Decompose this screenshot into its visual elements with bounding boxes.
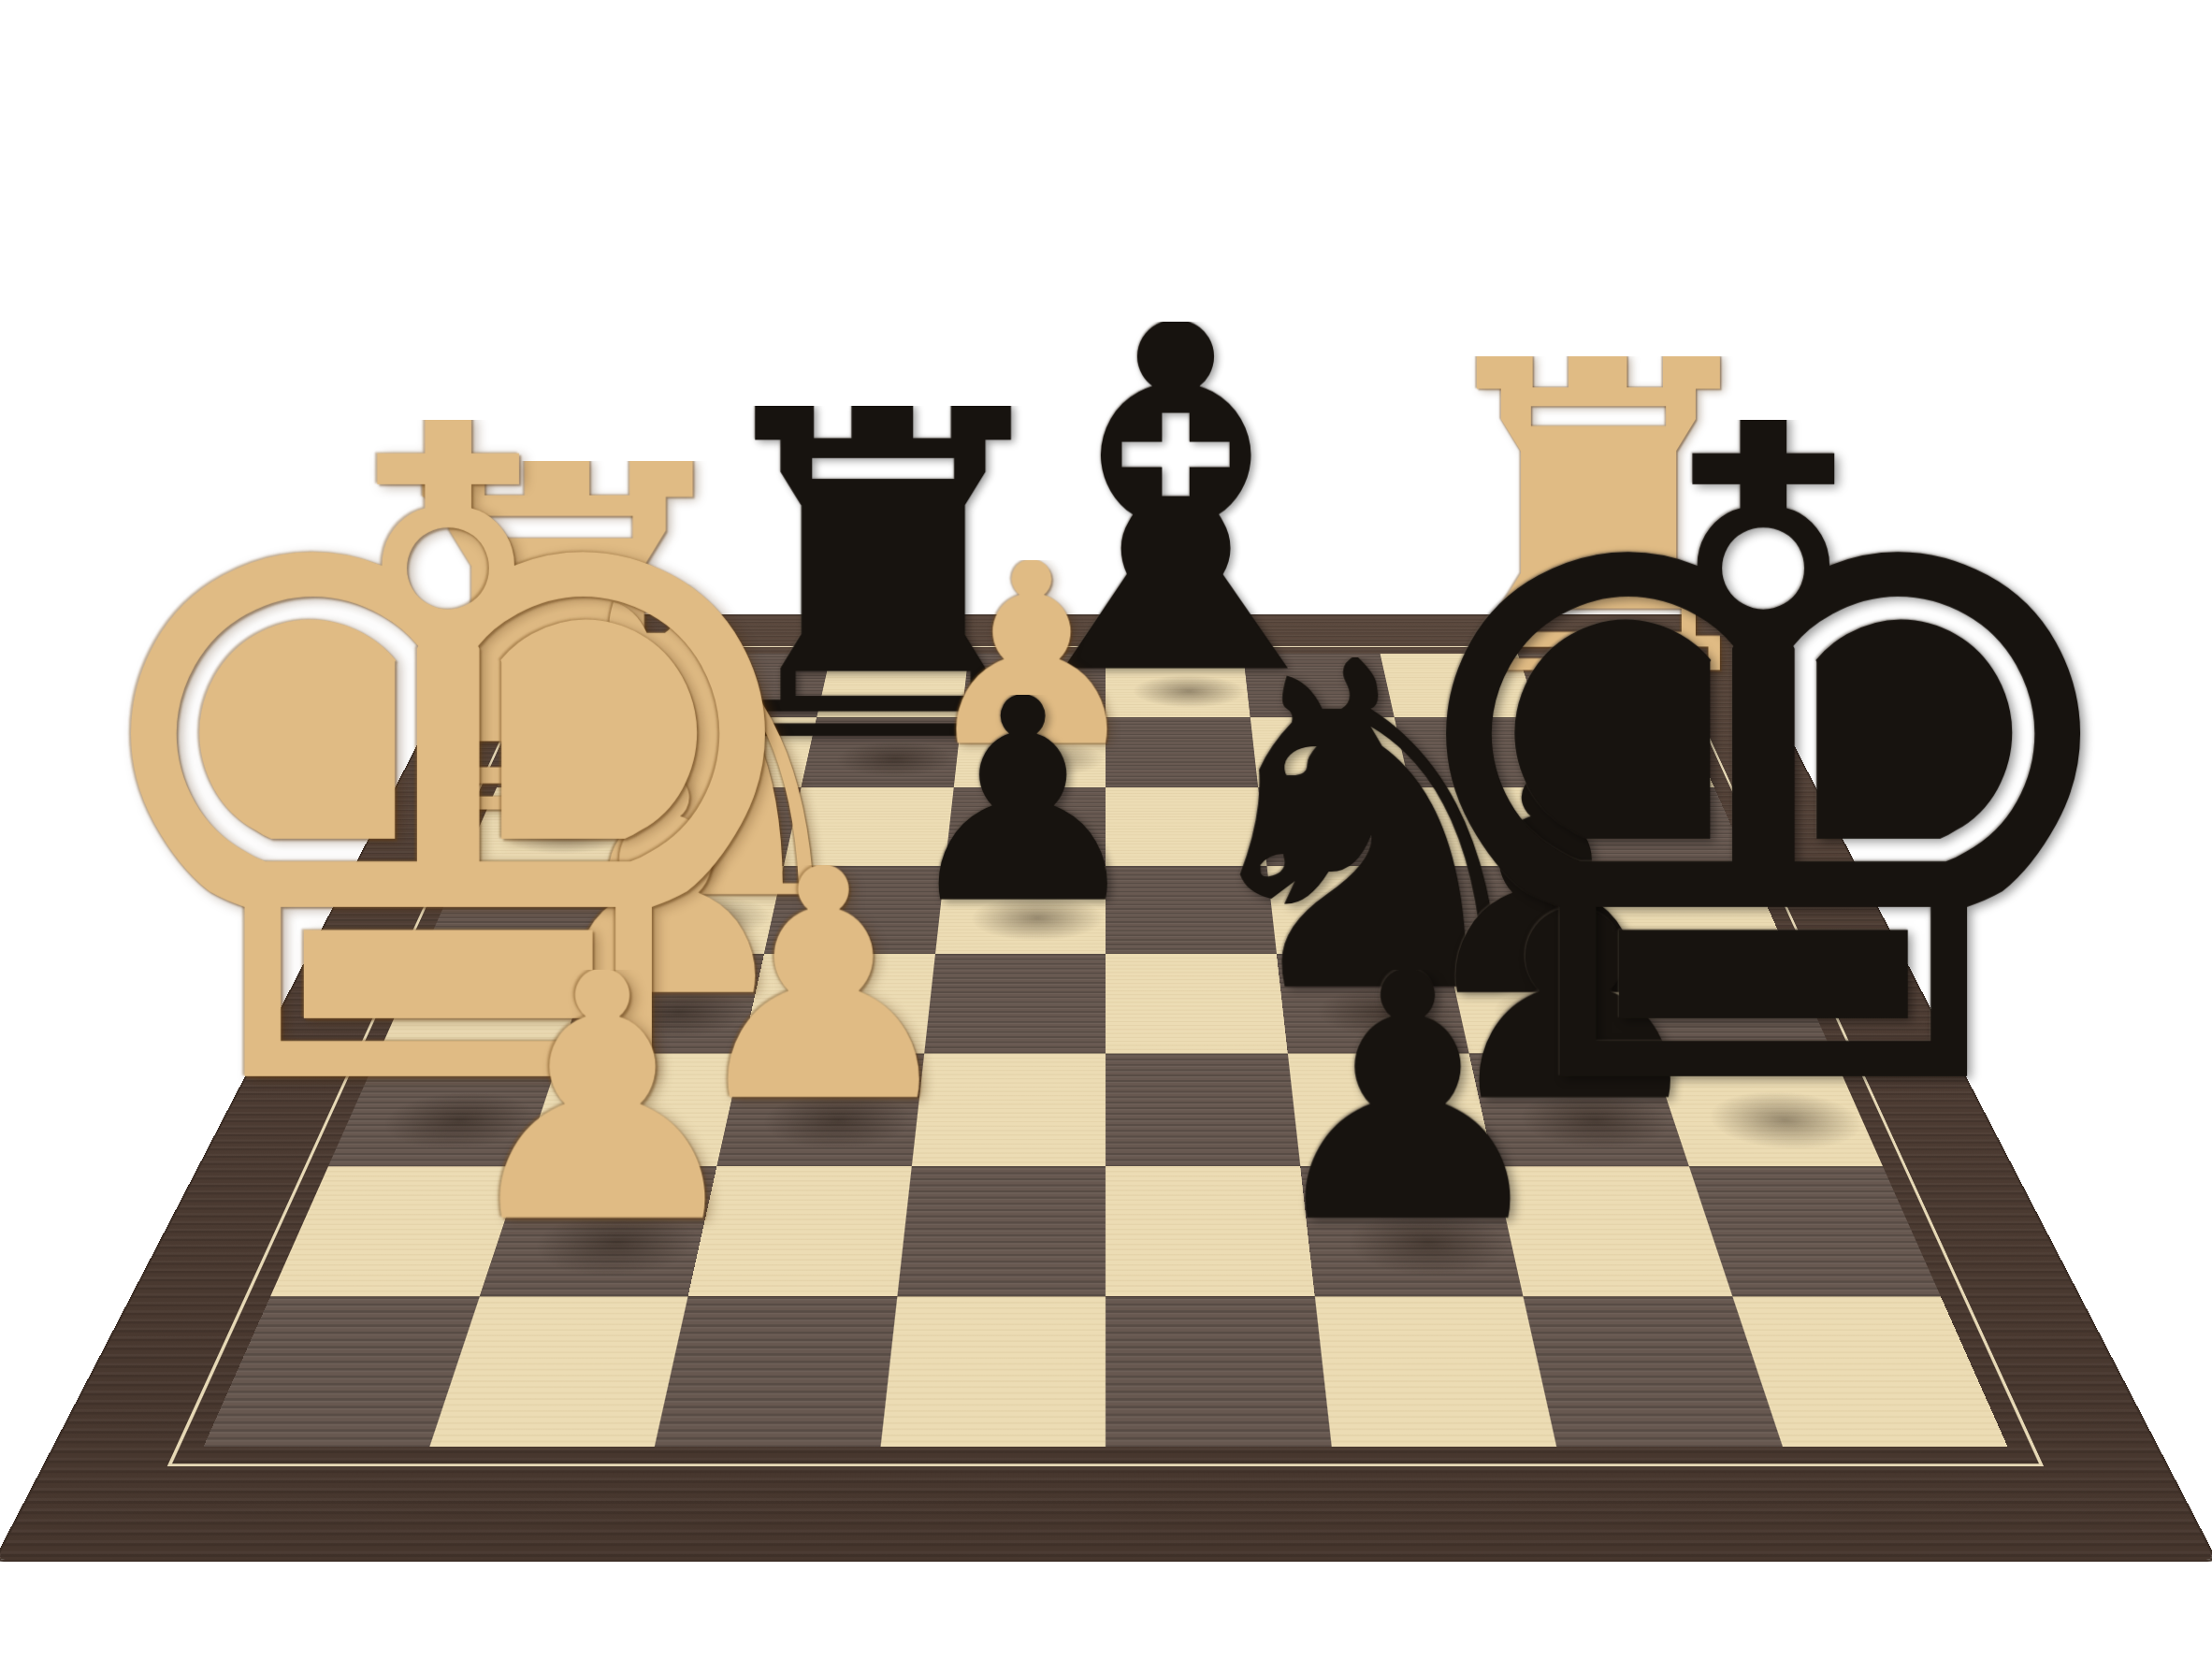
chess-board: ♝♜♜♟♜♞♟♟♞♟♚♟♟♚♟♟ — [0, 615, 2212, 1560]
square-c1[interactable] — [655, 1296, 897, 1447]
square-d2[interactable] — [897, 1166, 1106, 1296]
chess-photo-stage: ♝♜♜♟♜♞♟♟♞♟♚♟♟♚♟♟ — [0, 0, 2212, 1658]
black-pawn[interactable]: ♟ — [1254, 969, 1561, 1229]
board-grid: ♝♜♜♟♜♞♟♟♞♟♚♟♟♚♟♟ — [203, 654, 2007, 1447]
square-f2[interactable]: ♟ — [1300, 1166, 1524, 1296]
white-pawn[interactable]: ♟ — [449, 969, 756, 1229]
square-b2[interactable]: ♟ — [479, 1166, 716, 1296]
square-d1[interactable] — [880, 1296, 1106, 1447]
square-e1[interactable] — [1106, 1296, 1331, 1447]
square-h2[interactable] — [1688, 1166, 1941, 1296]
board-scene: ♝♜♜♟♜♞♟♟♞♟♚♟♟♚♟♟ — [0, 0, 2212, 1658]
square-f1[interactable] — [1314, 1296, 1556, 1447]
